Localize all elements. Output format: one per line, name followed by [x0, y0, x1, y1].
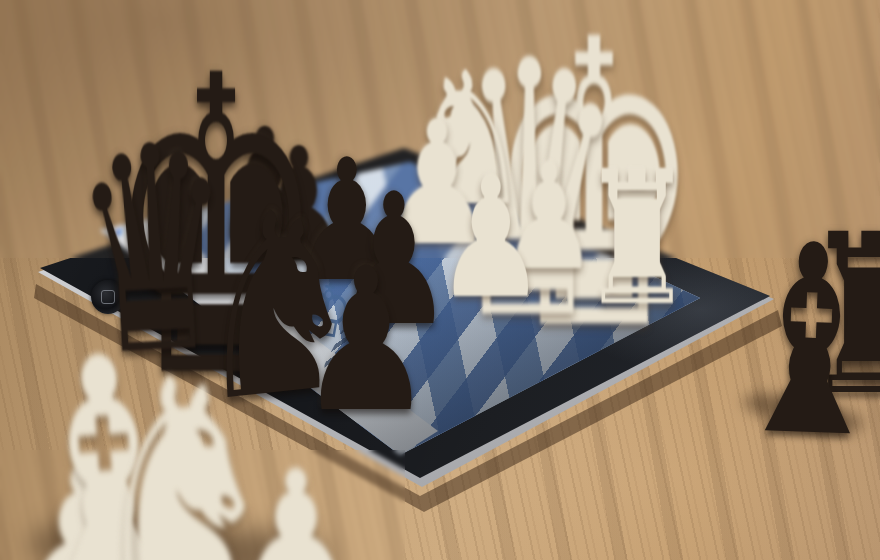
pieces-layer: ♚♛♞♟♟♟♜♟♟♚♛♟♟♞♟♜♝♟♟♝♞	[0, 0, 880, 560]
black-bishop-table[interactable]: ♝	[725, 208, 880, 475]
photo-scene: ♟♞♝♟♘♙ ♔ ♚♛♞♟♟♟♜♟♟♚♛♟♟♞♟♜♝♟♟♝♞	[0, 0, 880, 560]
white-rook[interactable]: ♜	[580, 147, 693, 332]
black-pawn-c[interactable]: ♟	[298, 242, 434, 440]
white-knight-fg[interactable]: ♞	[57, 330, 297, 560]
